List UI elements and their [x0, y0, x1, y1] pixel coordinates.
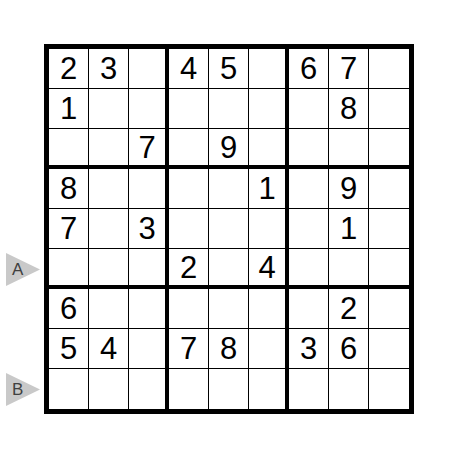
- given-digit: 3: [100, 53, 117, 84]
- cell-r5c4[interactable]: [169, 209, 209, 249]
- given-digit: 1: [258, 173, 275, 204]
- cell-r1c3[interactable]: [129, 49, 169, 89]
- given-digit: 5: [220, 53, 237, 84]
- given-digit: 3: [138, 213, 155, 244]
- given-digit: 7: [180, 333, 197, 364]
- cell-r9c3[interactable]: [129, 369, 169, 409]
- cell-r4c6[interactable]: 1: [249, 169, 289, 209]
- cell-r8c6[interactable]: [249, 329, 289, 369]
- cell-r7c8[interactable]: 2: [329, 289, 369, 329]
- cell-r9c7[interactable]: [289, 369, 329, 409]
- cell-r5c5[interactable]: [209, 209, 249, 249]
- cell-r8c9[interactable]: [369, 329, 409, 369]
- cell-r4c1[interactable]: 8: [49, 169, 89, 209]
- cell-r7c5[interactable]: [209, 289, 249, 329]
- cell-r9c1[interactable]: [49, 369, 89, 409]
- given-digit: 4: [180, 53, 197, 84]
- cell-r9c6[interactable]: [249, 369, 289, 409]
- cell-r6c1[interactable]: [49, 249, 89, 289]
- cell-r6c4[interactable]: 2: [169, 249, 209, 289]
- cell-r7c4[interactable]: [169, 289, 209, 329]
- cell-r5c3[interactable]: 3: [129, 209, 169, 249]
- given-digit: 2: [180, 252, 197, 283]
- cell-r2c9[interactable]: [369, 89, 409, 129]
- cell-r8c7[interactable]: 3: [289, 329, 329, 369]
- cell-r4c2[interactable]: [89, 169, 129, 209]
- cell-r8c3[interactable]: [129, 329, 169, 369]
- cell-r2c8[interactable]: 8: [329, 89, 369, 129]
- cell-r1c2[interactable]: 3: [89, 49, 129, 89]
- cell-r1c1[interactable]: 2: [49, 49, 89, 89]
- row-marker-a: A: [6, 253, 40, 286]
- cell-r1c6[interactable]: [249, 49, 289, 89]
- given-digit: 3: [300, 333, 317, 364]
- cell-r3c8[interactable]: [329, 129, 369, 169]
- given-digit: 7: [60, 213, 77, 244]
- cell-r3c5[interactable]: 9: [209, 129, 249, 169]
- cell-r7c6[interactable]: [249, 289, 289, 329]
- given-digit: 1: [340, 213, 357, 244]
- sudoku-page: A B 23456718798197312462547836: [0, 0, 459, 458]
- row-marker-a-label: A: [12, 259, 23, 279]
- cell-r7c2[interactable]: [89, 289, 129, 329]
- given-digit: 2: [60, 53, 77, 84]
- cell-r5c8[interactable]: 1: [329, 209, 369, 249]
- given-digit: 7: [340, 53, 357, 84]
- cell-r1c4[interactable]: 4: [169, 49, 209, 89]
- given-digit: 8: [220, 333, 237, 364]
- cell-r9c4[interactable]: [169, 369, 209, 409]
- cell-r9c2[interactable]: [89, 369, 129, 409]
- given-digit: 5: [60, 333, 77, 364]
- cell-r9c9[interactable]: [369, 369, 409, 409]
- cell-r3c9[interactable]: [369, 129, 409, 169]
- cell-r9c5[interactable]: [209, 369, 249, 409]
- given-digit: 8: [340, 93, 357, 124]
- cell-r3c4[interactable]: [169, 129, 209, 169]
- cell-r2c6[interactable]: [249, 89, 289, 129]
- cell-r6c2[interactable]: [89, 249, 129, 289]
- cell-r1c9[interactable]: [369, 49, 409, 89]
- cell-r2c2[interactable]: [89, 89, 129, 129]
- cell-r2c4[interactable]: [169, 89, 209, 129]
- row-marker-b-label: B: [12, 379, 23, 399]
- cell-r8c1[interactable]: 5: [49, 329, 89, 369]
- cell-r8c8[interactable]: 6: [329, 329, 369, 369]
- cell-r3c6[interactable]: [249, 129, 289, 169]
- cell-r4c8[interactable]: 9: [329, 169, 369, 209]
- cell-r1c5[interactable]: 5: [209, 49, 249, 89]
- cell-r5c7[interactable]: [289, 209, 329, 249]
- cell-r7c3[interactable]: [129, 289, 169, 329]
- cell-r4c5[interactable]: [209, 169, 249, 209]
- cell-r2c1[interactable]: 1: [49, 89, 89, 129]
- given-digit: 9: [340, 173, 357, 204]
- row-marker-b: B: [6, 373, 40, 406]
- cell-r7c7[interactable]: [289, 289, 329, 329]
- sudoku-board: 23456718798197312462547836: [44, 44, 414, 414]
- cell-r3c3[interactable]: 7: [129, 129, 169, 169]
- cell-r3c1[interactable]: [49, 129, 89, 169]
- cell-r5c6[interactable]: [249, 209, 289, 249]
- given-digit: 4: [100, 333, 117, 364]
- given-digit: 9: [220, 132, 237, 163]
- cell-r1c8[interactable]: 7: [329, 49, 369, 89]
- given-digit: 6: [60, 293, 77, 324]
- cell-r9c8[interactable]: [329, 369, 369, 409]
- given-digit: 1: [60, 93, 77, 124]
- cell-r6c9[interactable]: [369, 249, 409, 289]
- cell-r8c5[interactable]: 8: [209, 329, 249, 369]
- given-digit: 6: [340, 333, 357, 364]
- cell-r1c7[interactable]: 6: [289, 49, 329, 89]
- cell-r2c7[interactable]: [289, 89, 329, 129]
- cell-r8c2[interactable]: 4: [89, 329, 129, 369]
- cell-r7c1[interactable]: 6: [49, 289, 89, 329]
- cell-r4c7[interactable]: [289, 169, 329, 209]
- given-digit: 7: [138, 132, 155, 163]
- given-digit: 4: [258, 252, 275, 283]
- cell-r6c7[interactable]: [289, 249, 329, 289]
- cell-r2c5[interactable]: [209, 89, 249, 129]
- cell-r5c9[interactable]: [369, 209, 409, 249]
- given-digit: 8: [60, 173, 77, 204]
- cell-r6c6[interactable]: 4: [249, 249, 289, 289]
- cell-r5c2[interactable]: [89, 209, 129, 249]
- cell-r6c5[interactable]: [209, 249, 249, 289]
- cell-r6c3[interactable]: [129, 249, 169, 289]
- given-digit: 2: [340, 293, 357, 324]
- cell-r3c2[interactable]: [89, 129, 129, 169]
- cell-r7c9[interactable]: [369, 289, 409, 329]
- given-digit: 6: [300, 53, 317, 84]
- cell-r4c9[interactable]: [369, 169, 409, 209]
- cell-r2c3[interactable]: [129, 89, 169, 129]
- cell-r4c3[interactable]: [129, 169, 169, 209]
- cell-r3c7[interactable]: [289, 129, 329, 169]
- cell-r5c1[interactable]: 7: [49, 209, 89, 249]
- cell-r4c4[interactable]: [169, 169, 209, 209]
- cell-r6c8[interactable]: [329, 249, 369, 289]
- cell-r8c4[interactable]: 7: [169, 329, 209, 369]
